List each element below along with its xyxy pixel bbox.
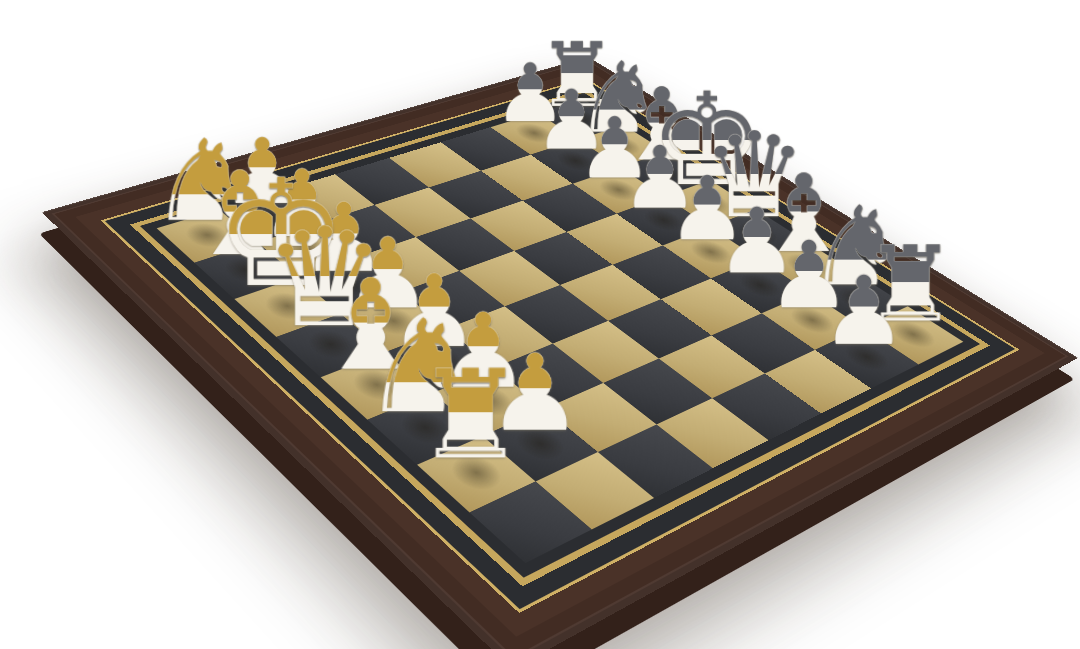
piece-metal-top-glyph: ♜ — [376, 353, 565, 476]
piece-body-glyph: ♟ — [781, 264, 946, 359]
chess-board: ♜♜♜♞♞♞♝♝♝♚♚♚♛♛♛♝♝♝♞♞♞♜♜♜♟♟♟♟♟♟♟♟♟♟♟♟♟♟♟♟… — [42, 57, 1078, 649]
piece-metal-top-glyph: ♟ — [781, 264, 946, 359]
piece-metal-base-glyph: ♜ — [376, 353, 565, 476]
black-pawn[interactable]: ♟♟♟ — [781, 264, 946, 359]
board-inlay-surface: ♜♜♜♞♞♞♝♝♝♚♚♚♛♛♛♝♝♝♞♞♞♜♜♜♟♟♟♟♟♟♟♟♟♟♟♟♟♟♟♟… — [101, 78, 1020, 613]
piece-metal-base-glyph: ♟ — [781, 264, 946, 359]
piece-body-glyph: ♜ — [376, 353, 565, 476]
board-frame: ♜♜♜♞♞♞♝♝♝♚♚♚♛♛♛♝♝♝♞♞♞♜♜♜♟♟♟♟♟♟♟♟♟♟♟♟♟♟♟♟… — [42, 57, 1078, 649]
photo-stage: ♜♜♜♞♞♞♝♝♝♚♚♚♛♛♛♝♝♝♞♞♞♜♜♜♟♟♟♟♟♟♟♟♟♟♟♟♟♟♟♟… — [0, 0, 1080, 649]
board-gold-band: ♜♜♜♞♞♞♝♝♝♚♚♚♛♛♛♝♝♝♞♞♞♜♜♜♟♟♟♟♟♟♟♟♟♟♟♟♟♟♟♟… — [130, 89, 990, 586]
square-g1[interactable]: ♜♜♜ — [417, 436, 535, 513]
white-rook[interactable]: ♜♜♜ — [376, 353, 565, 476]
